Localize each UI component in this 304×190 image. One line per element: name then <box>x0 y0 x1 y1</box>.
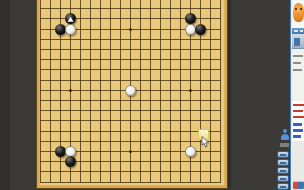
chat-message-line <box>293 116 304 118</box>
info-text-line <box>293 62 301 64</box>
mini-tool-button-2[interactable] <box>277 159 289 166</box>
footer-emoticon-icon[interactable] <box>293 181 304 189</box>
go-board-grid <box>40 0 221 183</box>
mini-tool-button-4[interactable] <box>277 175 289 182</box>
stone-black-D17 <box>65 13 76 24</box>
info-text-line <box>293 55 303 57</box>
user-icon-head <box>283 129 287 133</box>
title-text-fragment <box>294 30 298 32</box>
chat-panel <box>292 101 304 141</box>
mini-tool-button-5[interactable] <box>277 183 289 190</box>
star-point <box>69 89 72 92</box>
app-window <box>0 0 304 190</box>
left-margin-panel <box>0 0 10 190</box>
title-text-fragment <box>300 30 303 32</box>
stone-white-K10 <box>125 85 136 96</box>
star-point <box>129 150 132 153</box>
stone-black-Q17 <box>185 13 196 24</box>
sidebar-tool-buttons <box>277 151 290 190</box>
chat-link[interactable] <box>293 129 303 132</box>
star-point <box>129 28 132 31</box>
chat-link[interactable] <box>293 135 301 138</box>
chat-message-line <box>293 104 304 106</box>
stone-black-R16 <box>195 24 206 35</box>
avatar-box[interactable] <box>292 0 304 28</box>
lower-panel <box>292 141 304 181</box>
info-text-line <box>293 69 302 71</box>
avatar <box>293 3 304 22</box>
chat-message-line <box>293 110 303 112</box>
mouse-cursor-icon <box>201 136 210 148</box>
mini-tool-button-3[interactable] <box>277 167 289 174</box>
right-sidebar <box>290 0 304 190</box>
stone-white-D16 <box>65 24 76 35</box>
user-icon[interactable] <box>280 129 290 141</box>
stone-white-Q4 <box>185 146 196 157</box>
user-icon-label <box>280 143 289 147</box>
user-icon-body <box>281 134 289 140</box>
mini-tool-button-1[interactable] <box>277 151 289 158</box>
chat-link[interactable] <box>293 123 302 126</box>
sidebar-toolbar <box>292 34 304 49</box>
toolbar-icon[interactable] <box>293 37 300 46</box>
last-move-triangle-marker <box>67 17 73 22</box>
go-board[interactable] <box>36 0 228 189</box>
info-panel <box>292 49 304 101</box>
stone-black-D3 <box>65 156 76 167</box>
star-point <box>189 89 192 92</box>
